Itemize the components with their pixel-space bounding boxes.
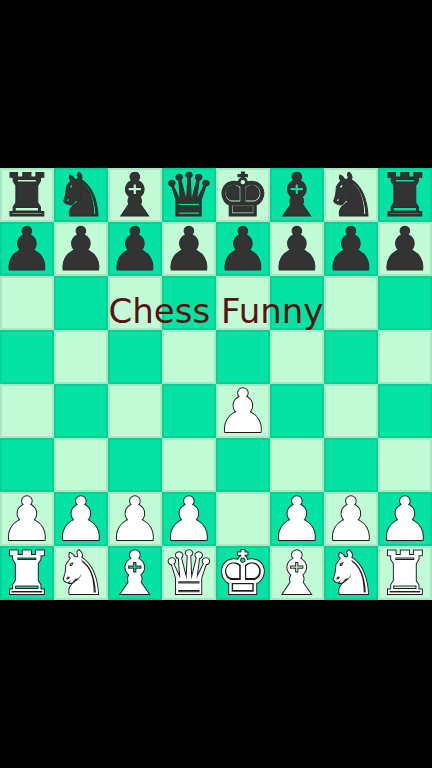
square-f1[interactable]: ♝ <box>270 546 324 600</box>
white-pawn-e4[interactable]: ♟ <box>216 384 270 438</box>
black-pawn-f7[interactable]: ♟ <box>270 222 324 276</box>
square-b1[interactable]: ♞ <box>54 546 108 600</box>
square-b4[interactable] <box>54 384 108 438</box>
square-d5[interactable] <box>162 330 216 384</box>
square-g4[interactable] <box>324 384 378 438</box>
square-c6[interactable] <box>108 276 162 330</box>
square-e3[interactable] <box>216 438 270 492</box>
square-f7[interactable]: ♟ <box>270 222 324 276</box>
square-h5[interactable] <box>378 330 432 384</box>
square-e1[interactable]: ♚ <box>216 546 270 600</box>
white-rook-a1[interactable]: ♜ <box>0 546 54 600</box>
black-pawn-g7[interactable]: ♟ <box>324 222 378 276</box>
white-rook-h1[interactable]: ♜ <box>378 546 432 600</box>
square-a6[interactable] <box>0 276 54 330</box>
square-c7[interactable]: ♟ <box>108 222 162 276</box>
square-d1[interactable]: ♛ <box>162 546 216 600</box>
square-c4[interactable] <box>108 384 162 438</box>
square-g7[interactable]: ♟ <box>324 222 378 276</box>
square-e6[interactable] <box>216 276 270 330</box>
square-b7[interactable]: ♟ <box>54 222 108 276</box>
white-bishop-c1[interactable]: ♝ <box>108 546 162 600</box>
square-f4[interactable] <box>270 384 324 438</box>
square-a4[interactable] <box>0 384 54 438</box>
square-b6[interactable] <box>54 276 108 330</box>
square-a1[interactable]: ♜ <box>0 546 54 600</box>
square-f5[interactable] <box>270 330 324 384</box>
square-d4[interactable] <box>162 384 216 438</box>
black-pawn-c7[interactable]: ♟ <box>108 222 162 276</box>
square-e7[interactable]: ♟ <box>216 222 270 276</box>
white-queen-d1[interactable]: ♛ <box>162 546 216 600</box>
square-a5[interactable] <box>0 330 54 384</box>
chess-board[interactable]: ♜♞♝♛♚♝♞♜♟♟♟♟♟♟♟♟♟♟♟♟♟♟♟♟♜♞♝♛♚♝♞♜ <box>0 168 432 600</box>
white-king-e1[interactable]: ♚ <box>216 546 270 600</box>
white-knight-g1[interactable]: ♞ <box>324 546 378 600</box>
black-pawn-b7[interactable]: ♟ <box>54 222 108 276</box>
square-c5[interactable] <box>108 330 162 384</box>
square-h7[interactable]: ♟ <box>378 222 432 276</box>
square-d7[interactable]: ♟ <box>162 222 216 276</box>
square-c1[interactable]: ♝ <box>108 546 162 600</box>
white-knight-b1[interactable]: ♞ <box>54 546 108 600</box>
black-pawn-h7[interactable]: ♟ <box>378 222 432 276</box>
white-bishop-f1[interactable]: ♝ <box>270 546 324 600</box>
black-pawn-e7[interactable]: ♟ <box>216 222 270 276</box>
square-g6[interactable] <box>324 276 378 330</box>
black-pawn-a7[interactable]: ♟ <box>0 222 54 276</box>
black-pawn-d7[interactable]: ♟ <box>162 222 216 276</box>
square-f6[interactable] <box>270 276 324 330</box>
square-d6[interactable] <box>162 276 216 330</box>
square-h6[interactable] <box>378 276 432 330</box>
square-h1[interactable]: ♜ <box>378 546 432 600</box>
square-h4[interactable] <box>378 384 432 438</box>
square-g1[interactable]: ♞ <box>324 546 378 600</box>
square-b5[interactable] <box>54 330 108 384</box>
app-screen: ♜♞♝♛♚♝♞♜♟♟♟♟♟♟♟♟♟♟♟♟♟♟♟♟♜♞♝♛♚♝♞♜ Chess F… <box>0 0 432 768</box>
square-a7[interactable]: ♟ <box>0 222 54 276</box>
square-g5[interactable] <box>324 330 378 384</box>
square-e4[interactable]: ♟ <box>216 384 270 438</box>
